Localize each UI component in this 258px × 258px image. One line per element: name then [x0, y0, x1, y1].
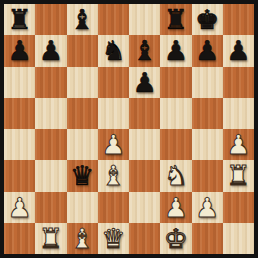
square-b6[interactable] [35, 67, 66, 98]
square-f1[interactable]: ♚ [160, 223, 191, 254]
square-b1[interactable]: ♜ [35, 223, 66, 254]
piece-black-king-g8[interactable]: ♚ [195, 4, 219, 35]
square-c7[interactable] [67, 35, 98, 66]
piece-white-queen-d1[interactable]: ♛ [101, 223, 125, 254]
square-f7[interactable]: ♟ [160, 35, 191, 66]
square-a2[interactable]: ♟ [4, 192, 35, 223]
square-e4[interactable] [129, 129, 160, 160]
piece-black-pawn-h7[interactable]: ♟ [226, 35, 250, 66]
board-frame: ♜♝♜♚♟♟♞♝♟♟♟♟♟♟♛♝♞♜♟♟♟♜♝♛♚ [0, 0, 258, 258]
square-b2[interactable] [35, 192, 66, 223]
square-c5[interactable] [67, 98, 98, 129]
piece-white-rook-b1[interactable]: ♜ [39, 223, 63, 254]
square-h1[interactable] [223, 223, 254, 254]
square-e5[interactable] [129, 98, 160, 129]
square-d2[interactable] [98, 192, 129, 223]
square-a5[interactable] [4, 98, 35, 129]
piece-white-pawn-h4[interactable]: ♟ [226, 129, 250, 160]
square-c3[interactable]: ♛ [67, 160, 98, 191]
piece-white-king-f1[interactable]: ♚ [164, 223, 188, 254]
square-h8[interactable] [223, 4, 254, 35]
piece-white-pawn-f2[interactable]: ♟ [164, 192, 188, 223]
square-g3[interactable] [192, 160, 223, 191]
square-h2[interactable] [223, 192, 254, 223]
square-f4[interactable] [160, 129, 191, 160]
square-e7[interactable]: ♝ [129, 35, 160, 66]
piece-black-bishop-e7[interactable]: ♝ [133, 35, 157, 66]
square-c8[interactable]: ♝ [67, 4, 98, 35]
square-b7[interactable]: ♟ [35, 35, 66, 66]
square-b8[interactable] [35, 4, 66, 35]
piece-black-bishop-c8[interactable]: ♝ [70, 4, 94, 35]
square-d6[interactable] [98, 67, 129, 98]
square-e8[interactable] [129, 4, 160, 35]
square-d4[interactable]: ♟ [98, 129, 129, 160]
piece-black-pawn-a7[interactable]: ♟ [8, 35, 32, 66]
piece-white-pawn-a2[interactable]: ♟ [8, 192, 32, 223]
square-c2[interactable] [67, 192, 98, 223]
square-g8[interactable]: ♚ [192, 4, 223, 35]
square-e1[interactable] [129, 223, 160, 254]
square-h5[interactable] [223, 98, 254, 129]
piece-white-knight-f3[interactable]: ♞ [164, 160, 188, 191]
piece-black-pawn-g7[interactable]: ♟ [195, 35, 219, 66]
square-a4[interactable] [4, 129, 35, 160]
square-f8[interactable]: ♜ [160, 4, 191, 35]
square-a1[interactable] [4, 223, 35, 254]
square-g7[interactable]: ♟ [192, 35, 223, 66]
square-c4[interactable] [67, 129, 98, 160]
square-f2[interactable]: ♟ [160, 192, 191, 223]
square-e2[interactable] [129, 192, 160, 223]
square-b4[interactable] [35, 129, 66, 160]
square-g6[interactable] [192, 67, 223, 98]
piece-black-pawn-b7[interactable]: ♟ [39, 35, 63, 66]
chess-board[interactable]: ♜♝♜♚♟♟♞♝♟♟♟♟♟♟♛♝♞♜♟♟♟♜♝♛♚ [4, 4, 254, 254]
piece-white-bishop-c1[interactable]: ♝ [70, 223, 94, 254]
square-h3[interactable]: ♜ [223, 160, 254, 191]
piece-white-pawn-g2[interactable]: ♟ [195, 192, 219, 223]
piece-white-bishop-d3[interactable]: ♝ [101, 160, 125, 191]
square-a6[interactable] [4, 67, 35, 98]
piece-black-pawn-f7[interactable]: ♟ [164, 35, 188, 66]
piece-black-queen-c3[interactable]: ♛ [70, 160, 94, 191]
piece-black-rook-a8[interactable]: ♜ [8, 4, 32, 35]
square-d7[interactable]: ♞ [98, 35, 129, 66]
square-e3[interactable] [129, 160, 160, 191]
square-a3[interactable] [4, 160, 35, 191]
square-a7[interactable]: ♟ [4, 35, 35, 66]
square-h6[interactable] [223, 67, 254, 98]
square-f3[interactable]: ♞ [160, 160, 191, 191]
square-h7[interactable]: ♟ [223, 35, 254, 66]
square-b3[interactable] [35, 160, 66, 191]
square-f6[interactable] [160, 67, 191, 98]
square-a8[interactable]: ♜ [4, 4, 35, 35]
square-c1[interactable]: ♝ [67, 223, 98, 254]
square-e6[interactable]: ♟ [129, 67, 160, 98]
square-g1[interactable] [192, 223, 223, 254]
piece-white-pawn-d4[interactable]: ♟ [101, 129, 125, 160]
square-g4[interactable] [192, 129, 223, 160]
square-d8[interactable] [98, 4, 129, 35]
square-f5[interactable] [160, 98, 191, 129]
piece-black-rook-f8[interactable]: ♜ [164, 4, 188, 35]
square-d1[interactable]: ♛ [98, 223, 129, 254]
piece-black-pawn-e6[interactable]: ♟ [133, 67, 157, 98]
square-h4[interactable]: ♟ [223, 129, 254, 160]
square-g5[interactable] [192, 98, 223, 129]
piece-black-knight-d7[interactable]: ♞ [101, 35, 125, 66]
chess-app: ♜♝♜♚♟♟♞♝♟♟♟♟♟♟♛♝♞♜♟♟♟♜♝♛♚ [0, 0, 258, 258]
square-c6[interactable] [67, 67, 98, 98]
square-b5[interactable] [35, 98, 66, 129]
square-d3[interactable]: ♝ [98, 160, 129, 191]
square-d5[interactable] [98, 98, 129, 129]
square-g2[interactable]: ♟ [192, 192, 223, 223]
piece-white-rook-h3[interactable]: ♜ [226, 160, 250, 191]
